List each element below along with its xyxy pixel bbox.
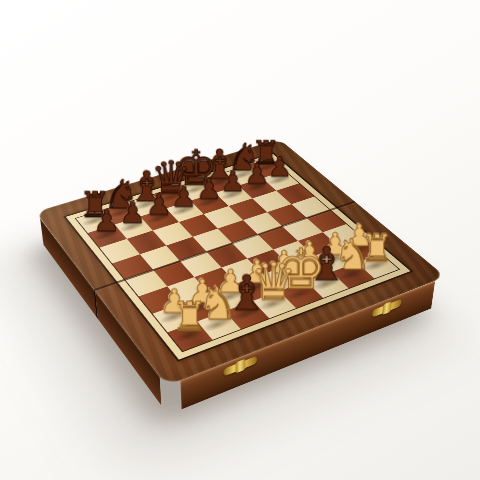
chess-box: ♜♞♝♛♚♝♞♜♟♟♟♟♟♟♟♟♟♟♟♟♟♟♟♟♜♞♝♛♚♝♞♜: [35, 139, 446, 386]
fold-seam-side-groove: [94, 289, 98, 318]
white-rook-glyph: ♜: [171, 301, 207, 334]
product-photo-scene: ♜♞♝♛♚♝♞♜♟♟♟♟♟♟♟♟♟♟♟♟♟♟♟♟♜♞♝♛♚♝♞♜: [0, 0, 480, 480]
piece-white-rook[interactable]: ♜: [159, 287, 220, 334]
